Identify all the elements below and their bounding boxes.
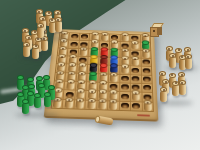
empty-hole <box>132 76 140 81</box>
stamped-digit-mark <box>181 74 183 76</box>
peg-cap <box>89 63 97 68</box>
cell-r9c4[interactable] <box>86 100 97 109</box>
die-pip <box>153 30 155 32</box>
empty-hole <box>143 85 151 90</box>
stamped-digit-mark <box>114 42 116 44</box>
stamped-digit-mark <box>83 49 85 51</box>
empty-hole <box>143 68 151 73</box>
wooden-peg-w[interactable] <box>41 36 48 51</box>
stamped-digit-mark <box>48 12 50 14</box>
photo-scene <box>0 0 200 150</box>
stamped-digit-mark <box>178 49 180 51</box>
stamped-digit-mark <box>187 56 189 58</box>
wooden-peg-w[interactable] <box>143 99 151 110</box>
peg-cap <box>89 71 97 76</box>
peg-cap <box>111 63 118 68</box>
empty-hole <box>121 85 129 90</box>
stamped-digit-mark <box>171 74 173 76</box>
wooden-peg-w[interactable] <box>98 98 106 109</box>
cell-r1c3[interactable] <box>80 33 90 40</box>
cell-r2c2[interactable] <box>69 41 79 48</box>
peg-cap <box>17 75 24 80</box>
peg-body <box>22 103 29 114</box>
wooden-peg-w[interactable] <box>37 23 44 38</box>
stamped-digit-mark <box>124 34 126 36</box>
cell-r1c7[interactable] <box>120 35 129 42</box>
empty-hole <box>81 35 88 40</box>
wooden-peg-w[interactable] <box>110 72 118 82</box>
cell-r5c7[interactable] <box>120 66 130 74</box>
cell-r9c5[interactable] <box>97 101 108 110</box>
stamped-digit-mark <box>163 89 165 91</box>
peg-cap <box>34 93 41 98</box>
board-grid <box>51 32 154 112</box>
cell-r9c3[interactable] <box>74 100 85 109</box>
wooden-peg-w[interactable] <box>142 48 150 57</box>
stamped-digit-mark <box>104 34 106 36</box>
peg-cap <box>101 47 108 51</box>
stamped-digit-mark <box>102 91 104 93</box>
peg-body <box>23 46 30 57</box>
empty-hole <box>121 94 129 100</box>
peg-body <box>32 48 39 59</box>
cell-r9c8[interactable] <box>131 102 141 111</box>
wooden-peg-w[interactable] <box>132 40 139 49</box>
colored-peg-g[interactable] <box>22 99 29 114</box>
wooden-die[interactable] <box>150 23 162 35</box>
wooden-peg-w[interactable] <box>185 54 192 69</box>
cell-r9c1[interactable] <box>52 99 63 108</box>
stamped-digit-mark <box>51 19 53 21</box>
wooden-peg-w[interactable] <box>80 46 88 55</box>
board-frame <box>44 29 159 122</box>
stamped-digit-mark <box>101 100 103 102</box>
wooden-peg-w[interactable] <box>132 56 140 66</box>
wooden-peg-w[interactable] <box>121 32 128 41</box>
stamped-digit-mark <box>113 74 115 76</box>
stamped-digit-mark <box>124 58 126 60</box>
cell-r6c7[interactable] <box>120 75 130 83</box>
peg-body <box>44 96 51 107</box>
empty-hole <box>121 76 129 81</box>
empty-hole <box>132 68 139 73</box>
peg-body <box>185 58 192 69</box>
peg-body <box>179 84 186 95</box>
peg-cap <box>100 63 108 68</box>
stamped-digit-mark <box>81 73 83 75</box>
peg-cap <box>27 77 34 82</box>
cell-r5c8[interactable] <box>131 67 141 75</box>
empty-hole <box>143 77 151 82</box>
cell-r6c6[interactable] <box>109 74 119 82</box>
cell-r3c3[interactable] <box>78 49 88 56</box>
peg-cap <box>100 55 107 60</box>
wooden-peg-w[interactable] <box>23 42 30 57</box>
empty-hole <box>142 60 149 65</box>
wooden-peg-w[interactable] <box>101 32 108 41</box>
cell-r7c7[interactable] <box>120 83 130 91</box>
stamped-digit-mark <box>168 48 170 50</box>
cell-r7c9[interactable] <box>142 84 152 92</box>
peg-body <box>169 57 176 68</box>
stamped-digit-mark <box>124 66 126 68</box>
stamped-digit-mark <box>35 45 37 47</box>
stamped-digit-mark <box>37 38 39 40</box>
wooden-peg-w[interactable] <box>66 79 75 89</box>
stamped-digit-mark <box>26 44 28 46</box>
peg-body <box>55 21 62 32</box>
stamped-digit-mark <box>57 12 59 14</box>
stamped-digit-mark <box>40 25 42 27</box>
cell-r8c8[interactable] <box>131 93 141 102</box>
peg-body <box>37 27 44 38</box>
stamped-digit-mark <box>90 100 92 102</box>
stamped-digit-mark <box>91 91 93 93</box>
stamped-digit-mark <box>165 81 167 83</box>
empty-hole <box>132 103 140 109</box>
stamped-digit-mark <box>187 49 189 51</box>
peg-cap <box>111 55 118 60</box>
colored-peg-g[interactable] <box>34 93 41 108</box>
wooden-peg-w[interactable] <box>55 17 62 32</box>
stamped-digit-mark <box>146 102 148 104</box>
peg-cap <box>48 85 55 90</box>
cell-r1c5[interactable] <box>100 34 109 41</box>
cell-r6c8[interactable] <box>131 75 141 83</box>
peg-cap <box>90 47 97 51</box>
stamped-digit-mark <box>135 58 137 60</box>
stamped-digit-mark <box>102 74 104 76</box>
cell-r3c9[interactable] <box>141 51 151 59</box>
cell-r7c2[interactable] <box>65 82 76 90</box>
stamped-digit-mark <box>24 30 26 32</box>
die-right-face <box>157 27 162 35</box>
peg-cap <box>44 92 51 97</box>
cell-r8c7[interactable] <box>120 92 130 101</box>
peg-body <box>41 40 48 51</box>
cell-r9c6[interactable] <box>108 101 118 110</box>
cell-r2c8[interactable] <box>131 42 140 49</box>
stamped-digit-mark <box>91 82 93 84</box>
stamped-digit-mark <box>93 41 95 43</box>
stamped-digit-mark <box>135 92 137 94</box>
empty-hole <box>121 103 129 109</box>
wooden-peg-w[interactable] <box>121 64 129 74</box>
wooden-peg-w[interactable] <box>160 87 167 102</box>
stamped-digit-mark <box>145 50 147 52</box>
cell-r4c9[interactable] <box>141 59 151 67</box>
wooden-peg-w[interactable] <box>32 44 39 59</box>
cell-r1c2[interactable] <box>70 33 80 40</box>
stamped-digit-mark <box>113 92 115 94</box>
stamped-digit-mark <box>175 82 177 84</box>
stamped-digit-mark <box>57 19 59 21</box>
cell-r6c9[interactable] <box>142 75 152 83</box>
stamped-digit-mark <box>94 34 96 35</box>
rail-marking-text <box>137 114 150 117</box>
wooden-peg-w[interactable] <box>64 97 73 108</box>
empty-hole <box>70 42 77 47</box>
stamped-digit-mark <box>181 82 183 84</box>
stamped-digit-mark <box>181 56 183 58</box>
stamped-digit-mark <box>34 31 36 33</box>
wooden-peg-w[interactable] <box>169 53 176 68</box>
stamped-digit-mark <box>42 18 44 20</box>
stamped-digit-mark <box>172 55 174 57</box>
peg-cap <box>111 47 118 51</box>
stamped-digit-mark <box>38 11 40 13</box>
wooden-peg-w[interactable] <box>76 97 85 108</box>
wooden-peg-w[interactable] <box>87 98 95 109</box>
wooden-peg-w[interactable] <box>179 80 186 95</box>
stamped-digit-mark <box>113 101 115 103</box>
peg-cap <box>90 55 98 60</box>
cell-r5c9[interactable] <box>141 67 151 75</box>
empty-hole <box>71 34 78 39</box>
colored-peg-g[interactable] <box>44 92 51 107</box>
wooden-peg-w[interactable] <box>132 90 140 101</box>
sudoku-board <box>44 29 159 122</box>
peg-body <box>160 91 167 102</box>
stamped-digit-mark <box>124 50 126 52</box>
cell-r9c9[interactable] <box>142 102 153 111</box>
cell-r4c8[interactable] <box>131 58 141 66</box>
wooden-peg-w[interactable] <box>110 98 118 109</box>
peg-cap <box>142 41 149 45</box>
peg-body <box>34 97 41 108</box>
stamped-digit-mark <box>134 42 136 44</box>
stamped-digit-mark <box>161 73 163 75</box>
stamped-digit-mark <box>28 37 30 39</box>
stamped-digit-mark <box>102 82 104 84</box>
cell-r9c2[interactable] <box>63 100 74 109</box>
stamped-digit-mark <box>144 35 146 37</box>
cell-r9c7[interactable] <box>120 101 130 110</box>
